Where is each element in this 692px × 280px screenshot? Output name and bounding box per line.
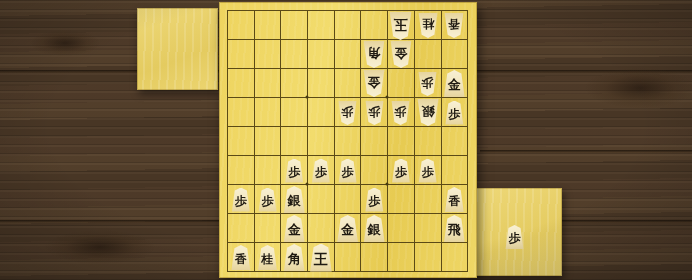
piece-sente-lance[interactable]: 香 — [444, 187, 464, 212]
piece-kanji: 歩 — [422, 166, 434, 178]
board-cell[interactable] — [308, 40, 335, 69]
piece-gote-king[interactable]: 玉 — [389, 12, 412, 40]
piece-kanji: 歩 — [342, 106, 354, 118]
board-cell[interactable]: 香 — [442, 11, 469, 40]
board-cell[interactable] — [281, 69, 308, 98]
board-cell[interactable]: 金 — [388, 40, 415, 69]
board-cell[interactable]: 銀 — [281, 185, 308, 214]
piece-sente-silver[interactable]: 銀 — [363, 215, 385, 242]
piece-kanji: 歩 — [368, 106, 380, 118]
piece-sente-pawn[interactable]: 歩 — [445, 101, 464, 125]
piece-kanji: 歩 — [315, 166, 327, 178]
piece-sente-pawn[interactable]: 歩 — [391, 159, 410, 183]
board-cell[interactable] — [388, 243, 415, 272]
piece-kanji: 香 — [448, 19, 460, 31]
piece-sente-gold[interactable]: 金 — [443, 70, 465, 97]
piece-kanji: 歩 — [235, 195, 247, 207]
piece-kanji: 歩 — [342, 166, 354, 178]
board-cell[interactable]: 歩 — [335, 156, 362, 185]
piece-kanji: 歩 — [509, 232, 521, 244]
board-cell[interactable] — [415, 127, 442, 156]
piece-sente-rook[interactable]: 飛 — [443, 215, 465, 242]
board-cell[interactable]: 金 — [442, 69, 469, 98]
board-cell[interactable] — [361, 243, 388, 272]
piece-sente-pawn[interactable]: 歩 — [285, 159, 304, 183]
piece-kanji: 銀 — [288, 194, 301, 207]
board-cell[interactable] — [255, 127, 282, 156]
piece-sente-knight[interactable]: 桂 — [258, 245, 278, 270]
hoshi-dot — [386, 183, 389, 186]
board-cell[interactable] — [308, 11, 335, 40]
plank-seam — [480, 150, 692, 153]
board-cell[interactable] — [255, 156, 282, 185]
piece-kanji: 金 — [341, 223, 354, 236]
board-cell[interactable]: 歩 — [228, 185, 255, 214]
board-cell[interactable] — [442, 127, 469, 156]
board-cell[interactable] — [442, 40, 469, 69]
board-cell[interactable] — [255, 214, 282, 243]
board-cell[interactable] — [335, 11, 362, 40]
board-cell[interactable] — [228, 40, 255, 69]
piece-kanji: 桂 — [422, 19, 434, 31]
board-cell[interactable] — [281, 40, 308, 69]
board-cell[interactable]: 歩 — [361, 98, 388, 127]
hoshi-dot — [306, 183, 309, 186]
board-cell[interactable] — [255, 98, 282, 127]
piece-kanji: 香 — [448, 195, 460, 207]
board-cell[interactable] — [308, 185, 335, 214]
piece-kanji: 角 — [288, 252, 301, 265]
hoshi-dot — [386, 96, 389, 99]
board-cell[interactable]: 歩 — [388, 98, 415, 127]
board-cell[interactable] — [255, 40, 282, 69]
board-cell[interactable] — [228, 127, 255, 156]
piece-kanji: 金 — [368, 76, 381, 89]
board-cell[interactable]: 歩 — [388, 156, 415, 185]
board-cell[interactable]: 銀 — [361, 214, 388, 243]
board-cell[interactable]: 香 — [228, 243, 255, 272]
wood-knot — [585, 68, 692, 108]
board-cell[interactable] — [281, 11, 308, 40]
board-cell[interactable]: 歩 — [255, 185, 282, 214]
piece-gote-lance[interactable]: 香 — [444, 13, 464, 38]
board-cell[interactable] — [335, 243, 362, 272]
gote-piece-stand — [137, 8, 218, 90]
board-cell[interactable] — [415, 243, 442, 272]
board-cell[interactable] — [281, 98, 308, 127]
piece-sente-pawn[interactable]: 歩 — [231, 188, 250, 212]
board-cell[interactable]: 歩 — [415, 69, 442, 98]
board-cell[interactable]: 香 — [442, 185, 469, 214]
board-cell[interactable]: 歩 — [308, 156, 335, 185]
board-cell[interactable]: 角 — [361, 40, 388, 69]
board-cell[interactable] — [442, 243, 469, 272]
piece-kanji: 桂 — [262, 253, 274, 265]
board-cell[interactable] — [335, 69, 362, 98]
table-scene: 歩 玉桂香角金金歩金歩歩歩銀歩歩歩歩歩歩歩歩銀歩香金金銀飛香桂角王 — [0, 0, 692, 280]
piece-gote-gold[interactable]: 金 — [390, 41, 412, 68]
board-cell[interactable] — [228, 11, 255, 40]
piece-sente-gold[interactable]: 金 — [283, 215, 305, 242]
board-cell[interactable]: 銀 — [415, 98, 442, 127]
board-cell[interactable] — [308, 214, 335, 243]
board-cell[interactable] — [335, 185, 362, 214]
board-cell[interactable]: 桂 — [255, 243, 282, 272]
piece-kanji: 玉 — [394, 18, 408, 32]
piece-kanji: 銀 — [421, 105, 434, 118]
piece-kanji: 金 — [394, 47, 407, 60]
board-cell[interactable]: 金 — [335, 214, 362, 243]
piece-sente-silver[interactable]: 銀 — [283, 186, 305, 213]
board-cell[interactable] — [335, 127, 362, 156]
board-cell[interactable] — [388, 127, 415, 156]
board-cell[interactable]: 王 — [308, 243, 335, 272]
piece-kanji: 角 — [368, 47, 381, 60]
board-cell[interactable] — [388, 214, 415, 243]
board-cell[interactable] — [415, 40, 442, 69]
board-cell[interactable] — [442, 156, 469, 185]
board-cell[interactable]: 歩 — [335, 98, 362, 127]
piece-kanji: 飛 — [448, 223, 461, 236]
board-cell[interactable]: 桂 — [415, 11, 442, 40]
piece-sente-pawn[interactable]: 歩 — [365, 188, 384, 212]
piece-sente-king[interactable]: 王 — [309, 244, 332, 272]
piece-kanji: 銀 — [368, 223, 381, 236]
piece-kanji: 歩 — [395, 106, 407, 118]
piece-kanji: 王 — [314, 252, 328, 266]
hoshi-dot — [306, 96, 309, 99]
board-cell[interactable] — [228, 156, 255, 185]
piece-kanji: 歩 — [422, 77, 434, 89]
piece-kanji: 歩 — [288, 166, 300, 178]
board-cell[interactable] — [281, 127, 308, 156]
board-cell[interactable]: 飛 — [442, 214, 469, 243]
piece-gote-gold[interactable]: 金 — [363, 70, 385, 97]
piece-gote-pawn[interactable]: 歩 — [365, 101, 384, 125]
board-cell[interactable] — [361, 11, 388, 40]
board-cell[interactable] — [335, 40, 362, 69]
piece-gote-pawn[interactable]: 歩 — [391, 101, 410, 125]
piece-gote-pawn[interactable]: 歩 — [418, 72, 437, 96]
board-cell[interactable] — [308, 69, 335, 98]
piece-sente-pawn[interactable]: 歩 — [311, 159, 330, 183]
board-cell[interactable] — [388, 185, 415, 214]
board-cell[interactable]: 玉 — [388, 11, 415, 40]
piece-sente-pawn[interactable]: 歩 — [258, 188, 277, 212]
board-cell[interactable] — [228, 69, 255, 98]
piece-sente-pawn-in-hand[interactable]: 歩 — [505, 225, 524, 249]
board-grid: 玉桂香角金金歩金歩歩歩銀歩歩歩歩歩歩歩歩銀歩香金金銀飛香桂角王 — [227, 10, 468, 272]
board-cell[interactable]: 角 — [281, 243, 308, 272]
piece-kanji: 歩 — [395, 166, 407, 178]
piece-gote-knight[interactable]: 桂 — [418, 13, 438, 38]
board-cell[interactable] — [308, 98, 335, 127]
piece-sente-gold[interactable]: 金 — [337, 215, 359, 242]
wood-knot — [45, 230, 155, 264]
board-cell[interactable]: 歩 — [361, 185, 388, 214]
piece-gote-silver[interactable]: 銀 — [417, 99, 439, 126]
board-cell[interactable]: 金 — [281, 214, 308, 243]
board-cell[interactable] — [415, 214, 442, 243]
wood-knot — [30, 30, 100, 56]
board-cell[interactable] — [255, 69, 282, 98]
board-cell[interactable] — [361, 156, 388, 185]
sente-piece-stand: 歩 — [468, 188, 562, 276]
piece-kanji: 金 — [448, 78, 461, 91]
piece-kanji: 歩 — [448, 108, 460, 120]
piece-kanji: 金 — [288, 223, 301, 236]
board-cell[interactable] — [361, 127, 388, 156]
shogi-board: 玉桂香角金金歩金歩歩歩銀歩歩歩歩歩歩歩歩銀歩香金金銀飛香桂角王 — [219, 2, 477, 278]
piece-kanji: 香 — [235, 253, 247, 265]
piece-gote-pawn[interactable]: 歩 — [338, 101, 357, 125]
piece-sente-pawn[interactable]: 歩 — [418, 159, 437, 183]
piece-gote-bishop[interactable]: 角 — [363, 41, 385, 68]
board-cell[interactable] — [255, 11, 282, 40]
piece-kanji: 歩 — [368, 195, 380, 207]
board-cell[interactable]: 金 — [361, 69, 388, 98]
board-cell[interactable] — [388, 69, 415, 98]
board-cell[interactable]: 歩 — [415, 156, 442, 185]
piece-sente-lance[interactable]: 香 — [231, 245, 251, 270]
board-cell[interactable] — [415, 185, 442, 214]
board-cell[interactable] — [228, 214, 255, 243]
board-cell[interactable]: 歩 — [442, 98, 469, 127]
piece-kanji: 歩 — [262, 195, 274, 207]
piece-sente-pawn[interactable]: 歩 — [338, 159, 357, 183]
board-cell[interactable]: 歩 — [281, 156, 308, 185]
piece-sente-bishop[interactable]: 角 — [283, 244, 305, 271]
board-cell[interactable] — [228, 98, 255, 127]
board-cell[interactable] — [308, 127, 335, 156]
